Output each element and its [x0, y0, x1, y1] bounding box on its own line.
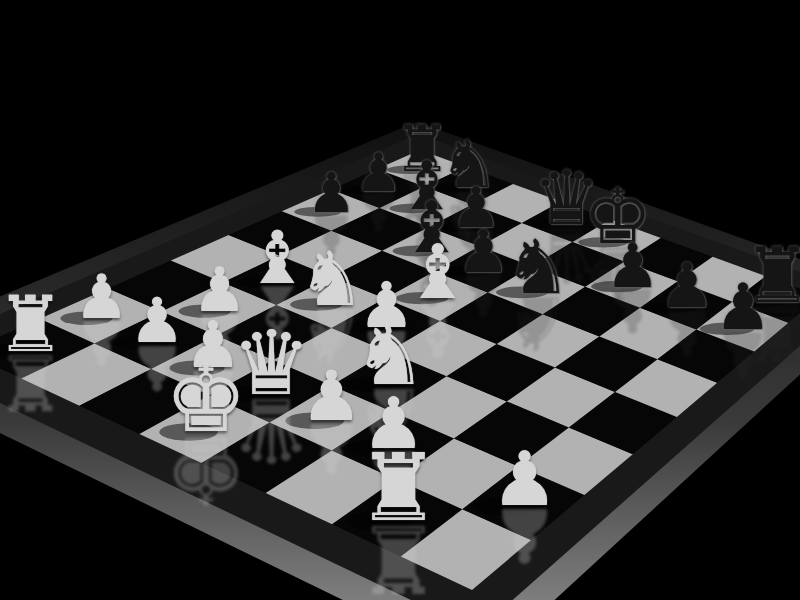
black-pawn-a6[interactable]: ♟ [304, 166, 359, 221]
chess-scene: ♜♜♞♞♟♟♝♝♟♟♛♛♟♟♚♚♝♝♟♟♝♝♟♟♞♞♝♝♜♜♞♞♟♟♟♟♟♟♟♟… [0, 0, 800, 600]
white-pawn-a2[interactable]: ♟ [71, 266, 132, 327]
black-knight-e6[interactable]: ♞ [500, 230, 575, 305]
white-pawn-b2[interactable]: ♟ [126, 290, 188, 352]
white-pawn-e2[interactable]: ♟ [297, 362, 366, 431]
black-pawn-h7[interactable]: ♟ [711, 275, 775, 339]
white-rook-g1[interactable]: ♜ [352, 442, 445, 535]
white-rook-a1[interactable]: ♜ [0, 286, 69, 363]
black-pawn-f7[interactable]: ♟ [602, 235, 663, 296]
white-pawn-h2[interactable]: ♟ [487, 442, 562, 517]
black-pawn-g7[interactable]: ♟ [656, 255, 718, 317]
white-king-d1[interactable]: ♚ [160, 354, 252, 446]
